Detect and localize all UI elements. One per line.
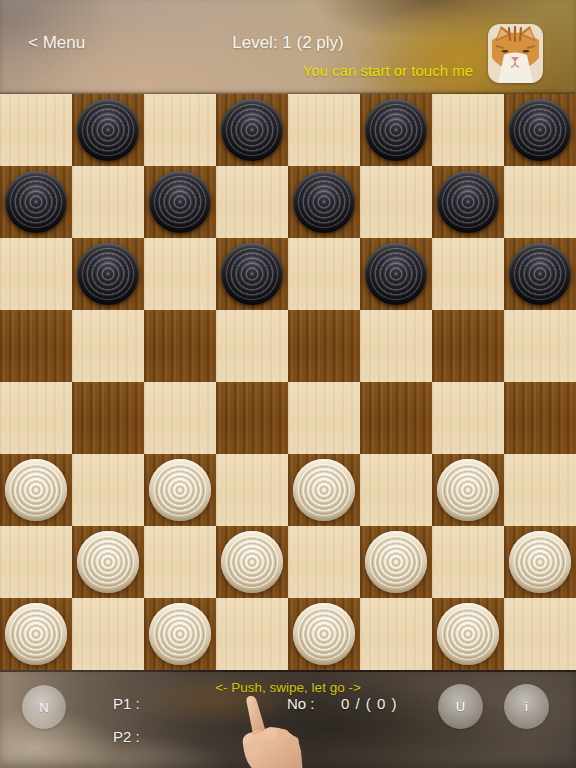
square-r5c5: [360, 454, 432, 526]
square-r3c5: [360, 310, 432, 382]
square-r6c3[interactable]: [216, 526, 288, 598]
square-r2c5[interactable]: [360, 238, 432, 310]
square-r4c0: [0, 382, 72, 454]
black-piece[interactable]: [365, 243, 427, 305]
square-r1c0[interactable]: [0, 166, 72, 238]
square-r3c0[interactable]: [0, 310, 72, 382]
square-r2c6: [432, 238, 504, 310]
white-piece[interactable]: [365, 531, 427, 593]
square-r2c3[interactable]: [216, 238, 288, 310]
white-piece[interactable]: [293, 603, 355, 665]
square-r7c4[interactable]: [288, 598, 360, 670]
square-r1c7: [504, 166, 576, 238]
black-piece[interactable]: [509, 243, 571, 305]
square-r6c4: [288, 526, 360, 598]
square-r3c6[interactable]: [432, 310, 504, 382]
undo-button[interactable]: U: [438, 684, 483, 729]
square-r5c2[interactable]: [144, 454, 216, 526]
white-piece[interactable]: [437, 459, 499, 521]
black-piece[interactable]: [77, 99, 139, 161]
square-r0c4: [288, 94, 360, 166]
square-r4c1[interactable]: [72, 382, 144, 454]
square-r5c6[interactable]: [432, 454, 504, 526]
square-r4c6: [432, 382, 504, 454]
cat-avatar[interactable]: [488, 24, 543, 83]
move-number-label: No :: [287, 695, 315, 712]
player2-label: P2 :: [113, 728, 140, 745]
square-r1c5: [360, 166, 432, 238]
square-r4c2: [144, 382, 216, 454]
black-piece[interactable]: [437, 171, 499, 233]
black-piece[interactable]: [149, 171, 211, 233]
square-r7c0[interactable]: [0, 598, 72, 670]
white-piece[interactable]: [437, 603, 499, 665]
square-r2c2: [144, 238, 216, 310]
square-r3c3: [216, 310, 288, 382]
black-piece[interactable]: [5, 171, 67, 233]
black-piece[interactable]: [293, 171, 355, 233]
square-r1c1: [72, 166, 144, 238]
square-r0c3[interactable]: [216, 94, 288, 166]
square-r0c7[interactable]: [504, 94, 576, 166]
square-r0c5[interactable]: [360, 94, 432, 166]
square-r0c6: [432, 94, 504, 166]
square-r4c5[interactable]: [360, 382, 432, 454]
square-r7c3: [216, 598, 288, 670]
square-r4c4: [288, 382, 360, 454]
square-r6c7[interactable]: [504, 526, 576, 598]
top-bar: < Menu Level: 1 (2 ply) You can start or…: [0, 0, 576, 94]
status-hint: You can start or touch me: [303, 62, 473, 79]
black-piece[interactable]: [365, 99, 427, 161]
square-r2c1[interactable]: [72, 238, 144, 310]
square-r0c2: [144, 94, 216, 166]
square-r5c7: [504, 454, 576, 526]
square-r1c3: [216, 166, 288, 238]
white-piece[interactable]: [149, 459, 211, 521]
player1-label: P1 :: [113, 695, 140, 712]
square-r7c6[interactable]: [432, 598, 504, 670]
square-r7c5: [360, 598, 432, 670]
black-piece[interactable]: [221, 99, 283, 161]
bottom-bar: <- Push, swipe, let go -> N P1 : P2 : No…: [0, 670, 576, 768]
square-r7c2[interactable]: [144, 598, 216, 670]
square-r3c1: [72, 310, 144, 382]
square-r2c4: [288, 238, 360, 310]
square-r1c6[interactable]: [432, 166, 504, 238]
square-r5c3: [216, 454, 288, 526]
square-r4c7[interactable]: [504, 382, 576, 454]
square-r5c4[interactable]: [288, 454, 360, 526]
white-piece[interactable]: [5, 459, 67, 521]
square-r2c7[interactable]: [504, 238, 576, 310]
black-piece[interactable]: [221, 243, 283, 305]
white-piece[interactable]: [149, 603, 211, 665]
square-r1c2[interactable]: [144, 166, 216, 238]
cat-photo-icon: [488, 24, 543, 83]
square-r3c7: [504, 310, 576, 382]
square-r6c6: [432, 526, 504, 598]
white-piece[interactable]: [293, 459, 355, 521]
white-piece[interactable]: [221, 531, 283, 593]
square-r3c2[interactable]: [144, 310, 216, 382]
white-piece[interactable]: [509, 531, 571, 593]
square-r2c0: [0, 238, 72, 310]
checkers-app-screen: < Menu Level: 1 (2 ply) You can start or…: [0, 0, 576, 768]
white-piece[interactable]: [5, 603, 67, 665]
square-r6c2: [144, 526, 216, 598]
square-r4c3[interactable]: [216, 382, 288, 454]
new-game-button[interactable]: N: [22, 685, 66, 729]
move-number-value: 0 / ( 0 ): [341, 695, 398, 712]
black-piece[interactable]: [509, 99, 571, 161]
square-r5c0[interactable]: [0, 454, 72, 526]
board: [0, 94, 576, 670]
square-r6c1[interactable]: [72, 526, 144, 598]
square-r1c4[interactable]: [288, 166, 360, 238]
square-r6c0: [0, 526, 72, 598]
square-r0c0: [0, 94, 72, 166]
square-r6c5[interactable]: [360, 526, 432, 598]
info-button[interactable]: i: [504, 684, 549, 729]
gesture-hint: <- Push, swipe, let go ->: [0, 680, 576, 695]
square-r7c7: [504, 598, 576, 670]
white-piece[interactable]: [77, 531, 139, 593]
square-r0c1[interactable]: [72, 94, 144, 166]
square-r7c1: [72, 598, 144, 670]
square-r3c4[interactable]: [288, 310, 360, 382]
square-r5c1: [72, 454, 144, 526]
black-piece[interactable]: [77, 243, 139, 305]
